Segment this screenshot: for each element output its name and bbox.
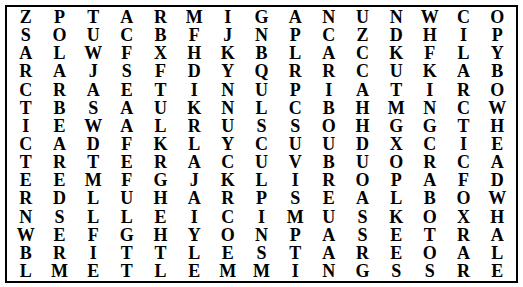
grid-cell[interactable]: M [278,207,312,225]
grid-cell[interactable]: O [413,244,447,262]
grid-cell[interactable]: E [379,244,413,262]
grid-cell[interactable]: U [144,99,178,117]
grid-cell[interactable]: U [211,117,245,135]
grid-cell[interactable]: A [278,8,312,26]
grid-cell[interactable]: N [245,26,279,44]
grid-cell[interactable]: D [76,135,110,153]
grid-cell[interactable]: T [447,117,481,135]
grid-cell[interactable]: B [413,189,447,207]
grid-cell[interactable]: L [177,244,211,262]
grid-cell[interactable]: L [245,171,279,189]
grid-cell[interactable]: K [379,44,413,62]
grid-cell[interactable]: F [76,226,110,244]
grid-cell[interactable]: E [480,135,514,153]
grid-cell[interactable]: T [110,244,144,262]
grid-cell[interactable]: J [211,26,245,44]
grid-cell[interactable]: C [447,8,481,26]
grid-cell[interactable]: M [76,171,110,189]
grid-cell[interactable]: M [177,8,211,26]
grid-cell[interactable]: T [9,99,43,117]
grid-cell[interactable]: E [43,117,77,135]
grid-cell[interactable]: E [312,189,346,207]
grid-cell[interactable]: S [379,262,413,280]
grid-cell[interactable]: I [278,262,312,280]
grid-cell[interactable]: S [110,62,144,80]
grid-cell[interactable]: R [278,62,312,80]
grid-cell[interactable]: L [144,262,178,280]
grid-cell[interactable]: C [9,135,43,153]
grid-cell[interactable]: I [312,81,346,99]
grid-cell[interactable]: S [413,262,447,280]
grid-cell[interactable]: C [211,153,245,171]
grid-cell[interactable]: A [312,226,346,244]
grid-cell[interactable]: E [110,153,144,171]
grid-cell[interactable]: W [76,44,110,62]
grid-cell[interactable]: U [278,135,312,153]
grid-cell[interactable]: Z [9,8,43,26]
word-search-grid[interactable]: ZPTARMIGANUNWCOSOUCBFJNPCZDHIPALWFXHKBLA… [7,7,516,281]
grid-cell[interactable]: N [211,81,245,99]
grid-cell[interactable]: B [312,99,346,117]
grid-cell[interactable]: E [177,262,211,280]
grid-cell[interactable]: R [43,81,77,99]
grid-cell[interactable]: L [43,44,77,62]
grid-cell[interactable]: U [312,135,346,153]
grid-cell[interactable]: W [480,189,514,207]
grid-cell[interactable]: B [245,44,279,62]
grid-cell[interactable]: N [9,207,43,225]
grid-cell[interactable]: R [177,117,211,135]
grid-cell[interactable]: O [447,189,481,207]
grid-cell[interactable]: F [110,44,144,62]
grid-cell[interactable]: I [413,81,447,99]
grid-cell[interactable]: U [245,153,279,171]
grid-cell[interactable]: K [413,62,447,80]
grid-cell[interactable]: B [43,99,77,117]
grid-cell[interactable]: J [177,171,211,189]
grid-cell[interactable]: B [9,244,43,262]
grid-cell[interactable]: S [43,207,77,225]
grid-cell[interactable]: H [144,189,178,207]
grid-cell[interactable]: E [211,244,245,262]
grid-cell[interactable]: F [144,62,178,80]
grid-cell[interactable]: U [76,26,110,44]
grid-cell[interactable]: F [447,171,481,189]
grid-cell[interactable]: F [110,135,144,153]
grid-cell[interactable]: R [447,81,481,99]
grid-cell[interactable]: I [211,8,245,26]
grid-cell[interactable]: A [9,44,43,62]
grid-cell[interactable]: I [9,117,43,135]
grid-cell[interactable]: N [413,99,447,117]
grid-cell[interactable]: H [413,26,447,44]
grid-cell[interactable]: G [346,262,380,280]
grid-cell[interactable]: N [312,8,346,26]
grid-cell[interactable]: R [43,153,77,171]
grid-cell[interactable]: O [43,26,77,44]
grid-cell[interactable]: T [413,226,447,244]
grid-cell[interactable]: O [346,171,380,189]
grid-cell[interactable]: I [177,207,211,225]
grid-cell[interactable]: S [245,117,279,135]
grid-cell[interactable]: D [379,26,413,44]
grid-cell[interactable]: L [278,44,312,62]
grid-cell[interactable]: P [480,26,514,44]
grid-cell[interactable]: C [245,135,279,153]
grid-cell[interactable]: X [447,207,481,225]
grid-cell[interactable]: X [379,135,413,153]
grid-cell[interactable]: T [379,81,413,99]
grid-cell[interactable]: R [312,62,346,80]
word-search-board: ZPTARMIGANUNWCOSOUCBFJNPCZDHIPALWFXHKBLA… [5,5,518,283]
grid-cell[interactable]: I [447,135,481,153]
grid-cell[interactable]: N [312,262,346,280]
grid-cell[interactable]: B [144,26,178,44]
grid-cell[interactable]: Y [211,62,245,80]
grid-cell[interactable]: L [480,244,514,262]
grid-cell[interactable]: O [413,207,447,225]
grid-cell[interactable]: K [211,44,245,62]
grid-cell[interactable]: A [346,189,380,207]
grid-cell[interactable]: R [447,226,481,244]
grid-cell[interactable]: N [245,226,279,244]
grid-cell[interactable]: H [144,226,178,244]
grid-cell[interactable]: D [480,171,514,189]
grid-cell[interactable]: T [278,244,312,262]
grid-cell[interactable]: W [76,117,110,135]
grid-cell[interactable]: O [480,8,514,26]
grid-cell[interactable]: T [76,8,110,26]
grid-cell[interactable]: W [413,8,447,26]
grid-cell[interactable]: U [346,153,380,171]
grid-cell[interactable]: F [177,26,211,44]
grid-cell[interactable]: E [43,226,77,244]
grid-cell[interactable]: R [413,153,447,171]
grid-cell[interactable]: O [379,153,413,171]
grid-cell[interactable]: S [346,226,380,244]
grid-cell[interactable]: S [278,189,312,207]
grid-cell[interactable]: D [43,189,77,207]
grid-cell[interactable]: W [9,226,43,244]
grid-cell[interactable]: M [245,262,279,280]
grid-cell[interactable]: D [177,62,211,80]
grid-cell[interactable]: L [76,207,110,225]
grid-cell[interactable]: B [480,62,514,80]
grid-cell[interactable]: M [211,262,245,280]
grid-cell[interactable]: L [76,189,110,207]
grid-cell[interactable]: E [144,207,178,225]
grid-cell[interactable]: I [447,26,481,44]
grid-cell[interactable]: W [480,99,514,117]
grid-cell[interactable]: A [177,153,211,171]
grid-cell[interactable]: R [9,189,43,207]
grid-cell[interactable]: U [312,207,346,225]
grid-cell[interactable]: P [43,8,77,26]
grid-cell[interactable]: C [346,44,380,62]
grid-cell[interactable]: P [379,171,413,189]
grid-cell[interactable]: G [110,226,144,244]
grid-cell[interactable]: E [480,262,514,280]
grid-cell[interactable]: R [211,189,245,207]
grid-cell[interactable]: R [346,244,380,262]
grid-cell[interactable]: A [312,244,346,262]
grid-cell[interactable]: G [144,171,178,189]
grid-cell[interactable]: S [278,117,312,135]
grid-cell[interactable]: C [278,99,312,117]
grid-cell[interactable]: C [312,26,346,44]
grid-cell[interactable]: E [43,171,77,189]
grid-cell[interactable]: L [177,135,211,153]
grid-cell[interactable]: Y [480,44,514,62]
grid-cell[interactable]: E [9,171,43,189]
grid-cell[interactable]: S [245,244,279,262]
grid-cell[interactable]: F [110,171,144,189]
grid-cell[interactable]: L [9,262,43,280]
grid-cell[interactable]: S [9,26,43,44]
grid-cell[interactable]: N [379,8,413,26]
grid-cell[interactable]: P [245,189,279,207]
grid-cell[interactable]: N [211,99,245,117]
grid-cell[interactable]: A [43,135,77,153]
grid-cell[interactable]: T [76,153,110,171]
grid-cell[interactable]: C [447,153,481,171]
grid-cell[interactable]: M [43,262,77,280]
grid-cell[interactable]: P [278,226,312,244]
grid-cell[interactable]: R [312,171,346,189]
grid-cell[interactable]: C [110,26,144,44]
grid-cell[interactable]: T [9,153,43,171]
grid-cell[interactable]: C [413,135,447,153]
grid-cell[interactable]: U [110,189,144,207]
grid-cell[interactable]: L [379,189,413,207]
word-search-page: ZPTARMIGANUNWCOSOUCBFJNPCZDHIPALWFXHKBLA… [0,0,523,287]
grid-cell[interactable]: S [76,99,110,117]
grid-cell[interactable]: A [43,62,77,80]
grid-cell[interactable]: L [447,44,481,62]
grid-cell[interactable]: R [9,62,43,80]
grid-cell[interactable]: P [278,81,312,99]
grid-cell[interactable]: T [110,262,144,280]
grid-cell[interactable]: U [346,8,380,26]
grid-cell[interactable]: R [144,8,178,26]
grid-cell[interactable]: G [245,8,279,26]
grid-cell[interactable]: A [447,62,481,80]
grid-cell[interactable]: R [144,153,178,171]
grid-cell[interactable]: U [379,62,413,80]
grid-cell[interactable]: I [76,244,110,262]
grid-cell[interactable]: J [76,62,110,80]
grid-cell[interactable]: D [346,135,380,153]
grid-cell[interactable]: P [278,26,312,44]
grid-cell[interactable]: Y [211,135,245,153]
grid-cell[interactable]: C [211,207,245,225]
grid-cell[interactable]: A [447,244,481,262]
grid-cell[interactable]: R [43,244,77,262]
grid-cell[interactable]: A [312,44,346,62]
grid-cell[interactable]: E [76,262,110,280]
grid-cell[interactable]: A [76,81,110,99]
grid-cell[interactable]: K [144,135,178,153]
grid-cell[interactable]: S [346,207,380,225]
grid-cell[interactable]: C [9,81,43,99]
grid-cell[interactable]: H [346,117,380,135]
grid-cell[interactable]: L [245,99,279,117]
grid-cell[interactable]: U [245,81,279,99]
grid-cell[interactable]: Y [177,226,211,244]
grid-cell[interactable]: A [413,171,447,189]
grid-cell[interactable]: Q [245,62,279,80]
grid-cell[interactable]: A [480,153,514,171]
grid-cell[interactable]: H [346,99,380,117]
grid-cell[interactable]: H [480,207,514,225]
grid-cell[interactable]: A [110,8,144,26]
grid-cell[interactable]: R [447,262,481,280]
grid-cell[interactable]: L [110,207,144,225]
grid-cell[interactable]: V [278,153,312,171]
grid-cell[interactable]: O [480,81,514,99]
grid-cell[interactable]: I [278,171,312,189]
grid-cell[interactable]: A [480,226,514,244]
grid-cell[interactable]: F [413,44,447,62]
grid-cell[interactable]: C [346,62,380,80]
grid-cell[interactable]: G [413,117,447,135]
grid-cell[interactable]: Z [346,26,380,44]
grid-cell[interactable]: I [245,207,279,225]
grid-cell[interactable]: A [110,117,144,135]
grid-cell[interactable]: H [177,44,211,62]
grid-cell[interactable]: M [379,99,413,117]
grid-cell[interactable]: C [447,99,481,117]
grid-cell[interactable]: T [144,244,178,262]
grid-cell[interactable]: T [144,81,178,99]
grid-cell[interactable]: L [144,117,178,135]
grid-cell[interactable]: E [110,81,144,99]
grid-cell[interactable]: H [480,117,514,135]
grid-cell[interactable]: G [379,117,413,135]
grid-cell[interactable]: X [144,44,178,62]
grid-cell[interactable]: A [110,99,144,117]
grid-cell[interactable]: O [211,226,245,244]
grid-cell[interactable]: A [346,81,380,99]
grid-cell[interactable]: K [379,207,413,225]
grid-cell[interactable]: K [211,171,245,189]
grid-cell[interactable]: O [312,117,346,135]
grid-cell[interactable]: K [177,99,211,117]
grid-cell[interactable]: A [177,189,211,207]
grid-cell[interactable]: I [177,81,211,99]
grid-cell[interactable]: B [312,153,346,171]
grid-cell[interactable]: E [379,226,413,244]
